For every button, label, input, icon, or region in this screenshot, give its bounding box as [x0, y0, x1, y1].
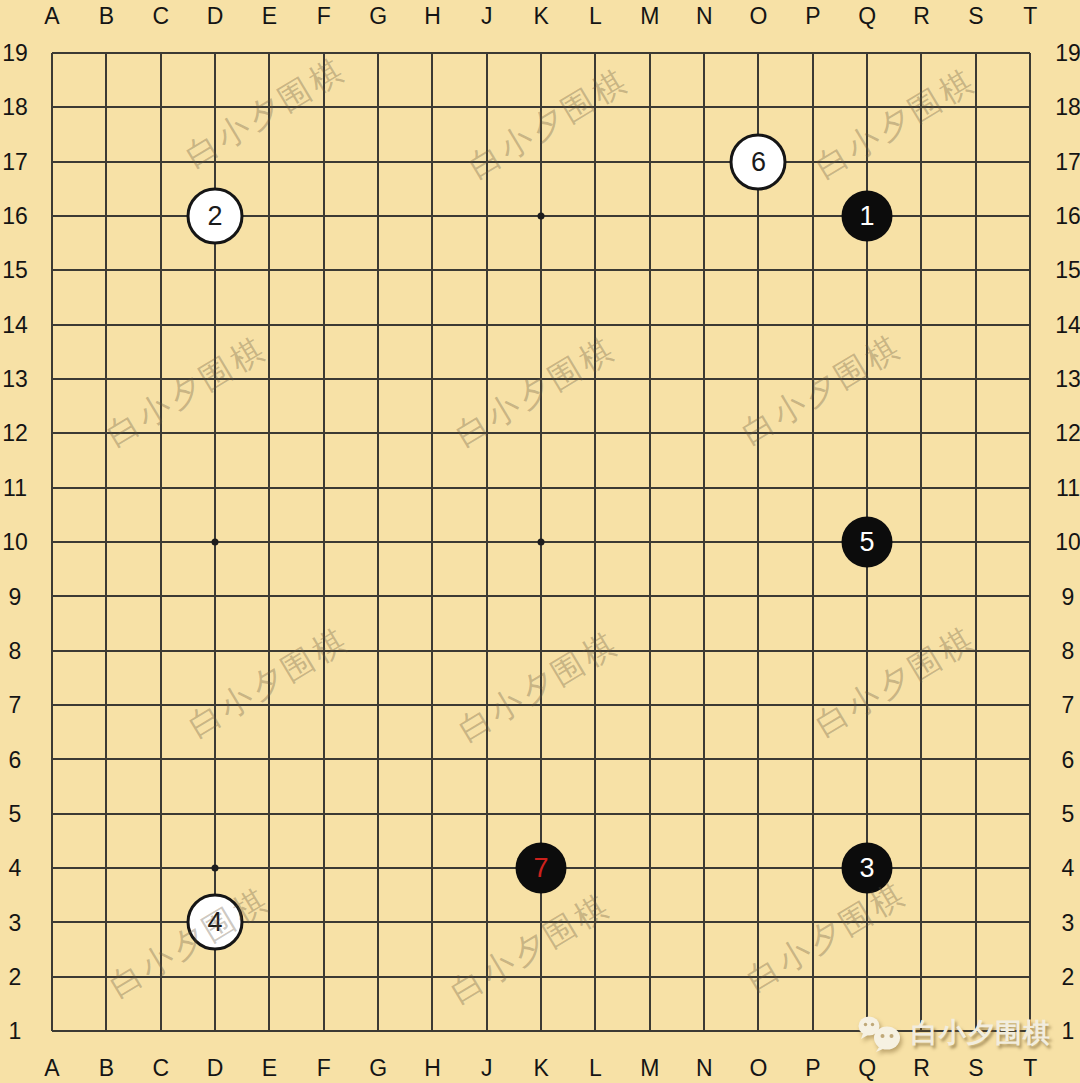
board-intersection: [786, 787, 840, 841]
board-intersection: [568, 189, 622, 243]
board-intersection: [949, 461, 1003, 515]
board-intersection: [514, 352, 568, 406]
board-intersection: [786, 1004, 840, 1058]
stone-black-1: 1: [842, 191, 893, 242]
board-intersection: [894, 80, 948, 134]
board-intersection: [297, 406, 351, 460]
coord-label: 18: [1055, 94, 1080, 121]
board-intersection: [894, 352, 948, 406]
board-intersection: [242, 841, 296, 895]
board-intersection: [405, 406, 459, 460]
board-intersection: [677, 352, 731, 406]
board-intersection: [786, 515, 840, 569]
board-intersection: [79, 26, 133, 80]
board-intersection: 6: [731, 134, 785, 188]
coord-label: O: [750, 1055, 768, 1082]
board-intersection: [405, 787, 459, 841]
board-intersection: [460, 298, 514, 352]
coord-label: R: [913, 3, 930, 30]
board-intersection: [568, 461, 622, 515]
coord-label: 2: [1062, 963, 1075, 990]
board-intersection: [133, 80, 187, 134]
board-intersection: [677, 787, 731, 841]
board-intersection: [188, 678, 242, 732]
board-intersection: [188, 406, 242, 460]
board-intersection: [460, 895, 514, 949]
board-intersection: [894, 134, 948, 188]
board-intersection: [405, 243, 459, 297]
coord-label: 15: [1055, 257, 1080, 284]
board-intersection: [242, 569, 296, 623]
board-intersection: [188, 134, 242, 188]
stone-white-2: 2: [187, 188, 244, 245]
board-intersection: [840, 352, 894, 406]
board-intersection: [840, 298, 894, 352]
coord-label: S: [968, 3, 983, 30]
star-point: [538, 539, 545, 546]
board-intersection: [242, 406, 296, 460]
board-intersection: [405, 461, 459, 515]
board-intersection: [1003, 678, 1057, 732]
board-intersection: [25, 134, 79, 188]
board-intersection: [25, 189, 79, 243]
board-intersection: [25, 1004, 79, 1058]
coord-label: K: [533, 3, 548, 30]
board-intersection: [133, 624, 187, 678]
coord-label: N: [696, 3, 713, 30]
coord-label: 8: [1062, 637, 1075, 664]
board-intersection: [568, 841, 622, 895]
board-intersection: [133, 515, 187, 569]
board-intersection: [79, 732, 133, 786]
board-intersection: [242, 26, 296, 80]
board-intersection: [133, 406, 187, 460]
board-intersection: [460, 841, 514, 895]
coord-label: 7: [9, 692, 22, 719]
board-intersection: [786, 569, 840, 623]
coord-label: E: [262, 3, 277, 30]
board-intersection: [1003, 298, 1057, 352]
board-intersection: [623, 787, 677, 841]
board-intersection: [514, 298, 568, 352]
board-intersection: [949, 26, 1003, 80]
board-intersection: [623, 461, 677, 515]
board-intersection: [840, 678, 894, 732]
board-intersection: [25, 243, 79, 297]
board-intersection: [731, 26, 785, 80]
board-intersection: [188, 243, 242, 297]
coord-label: 2: [9, 963, 22, 990]
board-intersection: [79, 243, 133, 297]
board-intersection: [351, 624, 405, 678]
board-intersection: [351, 26, 405, 80]
wechat-icon: [856, 1014, 904, 1052]
board-intersection: [731, 841, 785, 895]
go-board: 6215734: [25, 26, 1058, 1059]
board-intersection: [79, 80, 133, 134]
board-intersection: [79, 895, 133, 949]
board-intersection: [1003, 787, 1057, 841]
board-intersection: [1003, 461, 1057, 515]
board-intersection: [297, 515, 351, 569]
coord-label: B: [99, 1055, 114, 1082]
coord-label: 1: [9, 1018, 22, 1045]
board-intersection: [79, 624, 133, 678]
board-intersection: 5: [840, 515, 894, 569]
board-intersection: [786, 461, 840, 515]
board-intersection: [25, 678, 79, 732]
board-intersection: [840, 569, 894, 623]
board-intersection: [242, 1004, 296, 1058]
board-intersection: [25, 515, 79, 569]
stone-black-3: 3: [842, 843, 893, 894]
coord-label: P: [805, 1055, 820, 1082]
board-intersection: [297, 1004, 351, 1058]
board-intersection: [351, 80, 405, 134]
board-intersection: [405, 134, 459, 188]
board-intersection: [786, 406, 840, 460]
coord-label: C: [152, 3, 169, 30]
board-intersection: [786, 134, 840, 188]
board-intersection: [568, 515, 622, 569]
board-intersection: [79, 515, 133, 569]
board-intersection: [840, 787, 894, 841]
board-intersection: [460, 515, 514, 569]
board-intersection: [133, 134, 187, 188]
board-intersection: [79, 134, 133, 188]
board-intersection: [840, 732, 894, 786]
board-intersection: [623, 243, 677, 297]
board-intersection: [894, 732, 948, 786]
board-intersection: [405, 841, 459, 895]
board-intersection: [460, 732, 514, 786]
board-intersection: [79, 841, 133, 895]
coord-label: 11: [1056, 474, 1080, 501]
board-intersection: [786, 895, 840, 949]
board-intersection: [623, 841, 677, 895]
board-intersection: [840, 134, 894, 188]
board-intersection: [25, 406, 79, 460]
board-intersection: [514, 895, 568, 949]
board-intersection: [840, 26, 894, 80]
coord-label: M: [640, 1055, 659, 1082]
coord-label: J: [481, 1055, 493, 1082]
coord-label: F: [317, 3, 331, 30]
coord-label: A: [44, 1055, 59, 1082]
board-intersection: [351, 134, 405, 188]
coord-label: H: [424, 1055, 441, 1082]
board-intersection: [949, 134, 1003, 188]
board-intersection: [894, 26, 948, 80]
board-intersection: [133, 950, 187, 1004]
board-intersection: [351, 678, 405, 732]
board-intersection: [623, 352, 677, 406]
coord-label: 5: [1062, 800, 1075, 827]
board-intersection: [79, 678, 133, 732]
board-intersection: [351, 950, 405, 1004]
coord-label: D: [207, 3, 224, 30]
board-intersection: [188, 298, 242, 352]
board-intersection: [405, 678, 459, 732]
board-intersection: [623, 189, 677, 243]
stone-white-6: 6: [730, 133, 787, 190]
board-intersection: [731, 298, 785, 352]
coord-label: 16: [2, 203, 28, 230]
coord-label: 10: [1055, 529, 1080, 556]
board-intersection: [840, 80, 894, 134]
board-intersection: [1003, 624, 1057, 678]
board-intersection: [623, 26, 677, 80]
board-intersection: [623, 515, 677, 569]
board-intersection: [514, 134, 568, 188]
board-intersection: [677, 624, 731, 678]
board-intersection: [297, 895, 351, 949]
board-intersection: [949, 406, 1003, 460]
board-intersection: [351, 298, 405, 352]
board-intersection: [405, 950, 459, 1004]
board-intersection: [677, 243, 731, 297]
board-intersection: [405, 732, 459, 786]
board-intersection: [677, 461, 731, 515]
coord-label: D: [207, 1055, 224, 1082]
board-intersection: [840, 624, 894, 678]
board-intersection: [188, 569, 242, 623]
board-intersection: [949, 678, 1003, 732]
coord-label: 4: [1062, 855, 1075, 882]
board-intersection: [568, 1004, 622, 1058]
board-intersection: [405, 298, 459, 352]
coord-label: 9: [1062, 583, 1075, 610]
board-intersection: [677, 26, 731, 80]
board-intersection: [731, 678, 785, 732]
board-intersection: [242, 461, 296, 515]
board-intersection: [786, 352, 840, 406]
board-intersection: [25, 298, 79, 352]
board-intersection: [568, 80, 622, 134]
board-intersection: [133, 1004, 187, 1058]
board-intersection: [188, 624, 242, 678]
board-intersection: [351, 406, 405, 460]
board-intersection: [949, 352, 1003, 406]
board-intersection: [188, 461, 242, 515]
board-intersection: [297, 678, 351, 732]
board-intersection: [677, 678, 731, 732]
coord-label: 13: [1055, 366, 1080, 393]
board-intersection: [677, 406, 731, 460]
board-intersection: [1003, 243, 1057, 297]
coord-label: S: [968, 1055, 983, 1082]
board-intersection: [297, 950, 351, 1004]
coord-label: 13: [2, 366, 28, 393]
board-intersection: [731, 80, 785, 134]
stone-white-4: 4: [187, 894, 244, 951]
board-intersection: [840, 461, 894, 515]
board-intersection: [297, 352, 351, 406]
board-intersection: [351, 732, 405, 786]
board-intersection: [1003, 134, 1057, 188]
board-intersection: [514, 732, 568, 786]
board-intersection: 1: [840, 189, 894, 243]
board-intersection: [677, 134, 731, 188]
board-intersection: [242, 895, 296, 949]
board-intersection: [79, 569, 133, 623]
stone-black-5: 5: [842, 517, 893, 568]
board-intersection: [405, 26, 459, 80]
board-intersection: [731, 895, 785, 949]
board-intersection: [894, 624, 948, 678]
board-intersection: [25, 787, 79, 841]
board-intersection: [460, 787, 514, 841]
board-intersection: [79, 461, 133, 515]
board-intersection: [623, 406, 677, 460]
board-intersection: 3: [840, 841, 894, 895]
board-intersection: [949, 243, 1003, 297]
board-intersection: [133, 787, 187, 841]
coord-label: R: [913, 1055, 930, 1082]
board-intersection: [677, 732, 731, 786]
board-intersection: [460, 678, 514, 732]
board-intersection: [894, 406, 948, 460]
coord-label: 12: [1055, 420, 1080, 447]
board-intersection: [405, 624, 459, 678]
board-intersection: [514, 515, 568, 569]
board-intersection: [677, 1004, 731, 1058]
board-intersection: [623, 895, 677, 949]
coord-label: E: [262, 1055, 277, 1082]
board-intersection: [623, 80, 677, 134]
board-intersection: [297, 732, 351, 786]
board-intersection: [894, 787, 948, 841]
board-intersection: [623, 678, 677, 732]
board-intersection: [514, 624, 568, 678]
board-intersection: [25, 732, 79, 786]
board-intersection: [460, 461, 514, 515]
board-intersection: [297, 80, 351, 134]
board-intersection: [623, 134, 677, 188]
board-intersection: [133, 26, 187, 80]
board-intersection: [188, 515, 242, 569]
board-intersection: [133, 841, 187, 895]
coord-label: G: [369, 3, 387, 30]
board-intersection: [25, 26, 79, 80]
board-intersection: [297, 841, 351, 895]
board-intersection: [731, 787, 785, 841]
coord-label: 5: [9, 800, 22, 827]
stone-black-7: 7: [516, 843, 567, 894]
board-intersection: [242, 80, 296, 134]
board-intersection: [460, 189, 514, 243]
coord-label: N: [696, 1055, 713, 1082]
board-intersection: [894, 895, 948, 949]
board-intersection: [460, 569, 514, 623]
star-point: [538, 213, 545, 220]
board-intersection: [79, 787, 133, 841]
coord-label: 17: [1055, 148, 1080, 175]
coord-label: T: [1023, 1055, 1037, 1082]
board-intersection: [786, 26, 840, 80]
board-intersection: [949, 624, 1003, 678]
coord-label: J: [481, 3, 493, 30]
board-intersection: [677, 298, 731, 352]
board-intersection: [623, 624, 677, 678]
board-intersection: [133, 461, 187, 515]
board-intersection: [731, 732, 785, 786]
board-intersection: [894, 569, 948, 623]
board-intersection: [79, 189, 133, 243]
board-intersection: [568, 950, 622, 1004]
board-intersection: [840, 950, 894, 1004]
coord-label: 6: [9, 746, 22, 773]
board-intersection: [405, 80, 459, 134]
board-intersection: [242, 515, 296, 569]
board-intersection: [623, 1004, 677, 1058]
board-intersection: [25, 461, 79, 515]
board-intersection: [568, 406, 622, 460]
board-intersection: [242, 298, 296, 352]
board-intersection: [514, 569, 568, 623]
board-intersection: [731, 1004, 785, 1058]
board-intersection: [351, 569, 405, 623]
board-intersection: [514, 406, 568, 460]
board-intersection: [949, 841, 1003, 895]
board-intersection: [79, 950, 133, 1004]
coord-label: 3: [9, 909, 22, 936]
board-intersection: [79, 352, 133, 406]
board-intersection: [297, 569, 351, 623]
board-intersection: [677, 80, 731, 134]
board-intersection: [568, 732, 622, 786]
board-intersection: [79, 298, 133, 352]
coord-label: T: [1023, 3, 1037, 30]
coord-label: 14: [1055, 311, 1080, 338]
board-intersection: [677, 515, 731, 569]
coord-label: B: [99, 3, 114, 30]
board-intersection: [188, 1004, 242, 1058]
board-intersection: [731, 950, 785, 1004]
board-intersection: [949, 80, 1003, 134]
board-intersection: [731, 515, 785, 569]
board-intersection: [79, 406, 133, 460]
board-intersection: [1003, 895, 1057, 949]
board-intersection: [514, 26, 568, 80]
star-point: [212, 865, 219, 872]
coord-label: L: [589, 1055, 602, 1082]
board-intersection: [786, 950, 840, 1004]
board-intersection: [188, 26, 242, 80]
board-intersection: [786, 841, 840, 895]
board-intersection: 2: [188, 189, 242, 243]
board-intersection: [731, 352, 785, 406]
board-intersection: [351, 461, 405, 515]
board-intersection: [188, 950, 242, 1004]
board-intersection: [405, 189, 459, 243]
board-intersection: [514, 787, 568, 841]
board-intersection: [568, 243, 622, 297]
board-intersection: [949, 569, 1003, 623]
coord-label: 1: [1062, 1018, 1075, 1045]
board-intersection: [242, 787, 296, 841]
board-intersection: [25, 569, 79, 623]
board-intersection: [894, 515, 948, 569]
coord-label: C: [152, 1055, 169, 1082]
board-intersection: [840, 243, 894, 297]
board-intersection: [25, 895, 79, 949]
board-intersection: [242, 950, 296, 1004]
board-intersection: [949, 732, 1003, 786]
board-intersection: [677, 950, 731, 1004]
board-intersection: [242, 624, 296, 678]
board-intersection: [297, 624, 351, 678]
